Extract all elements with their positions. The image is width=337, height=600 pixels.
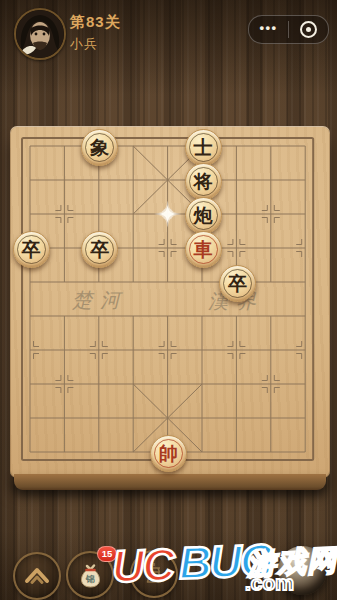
piece-black-soldier[interactable]: 卒 [81,231,118,268]
tower-button[interactable] [130,550,178,598]
more-dots-icon: ••• [259,21,277,38]
piece-glyph: 卒 [90,239,109,258]
brocade-bag-icon: 锦 [77,562,104,589]
close-minimize-button[interactable] [289,16,328,43]
header: 第83关 小兵 ••• [0,0,337,64]
chevron-up-icon [23,565,51,587]
piece-black-cannon[interactable]: 炮 [185,197,222,234]
piece-glyph: 卒 [228,273,247,292]
collapse-button[interactable] [13,552,61,600]
piece-black-soldier[interactable]: 卒 [219,265,256,302]
board-grid[interactable]: 楚河漢界 [10,126,330,478]
watermark-bug: BUG [178,534,274,589]
piece-glyph: 卒 [22,239,41,258]
target-circle-icon [300,21,317,38]
pagoda-icon [141,561,167,587]
piece-red-chariot[interactable]: 車 [185,231,222,268]
piece-black-advisor[interactable]: 士 [185,129,222,166]
miniprogram-capsule: ••• [248,15,329,44]
stone-sphere-button[interactable] [278,546,327,595]
item-bag-button[interactable]: 锦 15 [66,551,114,599]
piece-black-general[interactable]: 将 [185,163,222,200]
level-label: 第83关 [70,13,121,32]
piece-glyph: 士 [194,137,213,156]
player-label: 小兵 [70,35,98,53]
piece-glyph: 将 [194,171,213,190]
avatar[interactable] [14,8,66,60]
river-label-left: 楚河 [72,288,128,312]
piece-black-elephant[interactable]: 象 [81,129,118,166]
more-button[interactable]: ••• [249,16,288,43]
svg-text:锦: 锦 [85,574,95,584]
xiangqi-board: 楚河漢界 象士将炮卒卒車卒帥 [10,126,330,478]
piece-glyph: 車 [194,239,213,258]
piece-black-soldier[interactable]: 卒 [13,231,50,268]
piece-glyph: 象 [90,137,109,156]
sparkle-effect-icon [154,201,181,228]
warrior-portrait-icon [16,10,64,58]
piece-red-general[interactable]: 帥 [150,435,187,472]
piece-glyph: 帥 [159,443,178,462]
app-screen: 第83关 小兵 ••• 楚河漢界 象士将炮卒卒車卒帥 锦 [0,0,337,600]
piece-glyph: 炮 [194,205,213,224]
bag-count-badge: 15 [97,546,117,562]
